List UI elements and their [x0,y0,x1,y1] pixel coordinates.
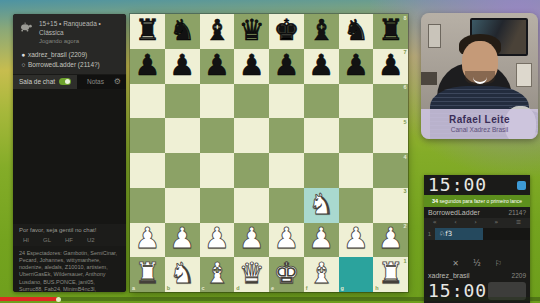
chess-board[interactable]: ♜♞♝♛♚♝♞♜8♟♟♟♟♟♟♟♟7654♞3♟♟♟♟♟♟♟♟2♜a♞b♝c♛d… [130,14,408,292]
white-king[interactable]: ♚ [273,259,299,288]
square-b1[interactable]: ♞b [165,257,200,292]
game-meta-line1: 15+15 • Ranqueada • Clássica [39,19,120,37]
square-a6[interactable] [130,84,165,119]
video-progress-fill [0,297,57,301]
preset-hf[interactable]: HF [65,237,73,243]
chat-messages-area[interactable] [13,89,126,224]
white-color-icon: ● [19,50,28,60]
black-knight[interactable]: ♞ [343,16,369,45]
chat-preset-buttons: HI GL HF U2 [13,235,126,246]
turtle-icon [19,20,33,34]
square-g8[interactable]: ♞ [339,14,374,49]
square-a2[interactable]: ♟ [130,223,165,258]
square-g1[interactable]: g [339,257,374,292]
square-h5[interactable]: 5 [373,118,408,153]
game-action-buttons: ✕ ½ ⚐ [424,257,530,270]
white-queen[interactable]: ♛ [239,259,265,288]
square-e2[interactable]: ♟ [269,223,304,258]
go-next-move-button[interactable]: › [474,219,477,226]
square-d1[interactable]: ♛d [234,257,269,292]
black-pawn[interactable]: ♟ [378,51,404,80]
go-prev-move-button[interactable]: ‹ [454,219,457,226]
black-pawn[interactable]: ♟ [273,51,299,80]
square-b7[interactable]: ♟ [165,49,200,84]
square-g5[interactable] [339,118,374,153]
black-player-row: BorrowedLadder 2114? [424,207,530,218]
square-a7[interactable]: ♟ [130,49,165,84]
black-queen[interactable]: ♛ [239,16,265,45]
webcam-overlay: Rafael Leite Canal Xadrez Brasil [421,13,538,139]
square-a1[interactable]: ♜a [130,257,165,292]
square-d8[interactable]: ♛ [234,14,269,49]
square-g7[interactable]: ♟ [339,49,374,84]
square-b3[interactable] [165,188,200,223]
square-d7[interactable]: ♟ [234,49,269,84]
white-player-name[interactable]: xadrez_brasil [428,272,470,279]
white-pawn[interactable]: ♟ [273,224,299,253]
square-b6[interactable] [165,84,200,119]
white-pawn[interactable]: ♟ [239,224,265,253]
coord-file-e: e [271,286,274,292]
white-rook[interactable]: ♜ [134,259,160,288]
square-e8[interactable]: ♚ [269,14,304,49]
square-e5[interactable] [269,118,304,153]
black-bishop[interactable]: ♝ [204,16,230,45]
game-meta-players: ●xadrez_brasil (2209) ○BorrowedLadder (2… [19,50,120,70]
square-c2[interactable]: ♟ [200,223,235,258]
square-h7[interactable]: ♟7 [373,49,408,84]
square-e6[interactable] [269,84,304,119]
square-f5[interactable] [304,118,339,153]
black-pawn[interactable]: ♟ [204,51,230,80]
white-knight[interactable]: ♞ [169,259,195,288]
preset-u2[interactable]: U2 [87,237,95,243]
coord-rank-8: 8 [403,16,406,22]
tab-notes[interactable]: Notas [77,78,114,85]
white-pawn[interactable]: ♟ [308,224,334,253]
tab-chat-room-label: Sala de chat [19,78,55,85]
coord-file-f: f [306,286,308,292]
white-pawn[interactable]: ♟ [169,224,195,253]
square-f2[interactable]: ♟ [304,223,339,258]
preset-gl[interactable]: GL [43,237,51,243]
coord-rank-1: 1 [403,259,406,265]
white-pawn[interactable]: ♟ [343,224,369,253]
square-h4[interactable]: 4 [373,153,408,188]
square-a3[interactable] [130,188,165,223]
square-b8[interactable]: ♞ [165,14,200,49]
white-pawn[interactable]: ♟ [378,224,404,253]
square-c4[interactable] [200,153,235,188]
white-knight[interactable]: ♞ [308,190,334,219]
coord-rank-3: 3 [403,189,406,195]
video-progress-track[interactable] [0,297,540,301]
top-clock-row: 15:00 [424,175,530,195]
lichess-left-sidebar: 15+15 • Ranqueada • Clássica Jogando ago… [13,14,126,292]
coord-file-d: d [236,286,239,292]
abort-game-icon[interactable]: ✕ [452,259,459,268]
square-f4[interactable] [304,153,339,188]
webcam-picture-frame [428,24,441,47]
square-c1[interactable]: ♝c [200,257,235,292]
square-h3[interactable]: 3 [373,188,408,223]
offer-draw-icon[interactable]: ½ [473,259,481,268]
square-c8[interactable]: ♝ [200,14,235,49]
coord-file-h: h [375,286,378,292]
square-e7[interactable]: ♟ [269,49,304,84]
square-h8[interactable]: ♜8 [373,14,408,49]
black-rook[interactable]: ♜ [378,16,404,45]
coord-rank-4: 4 [403,155,406,161]
square-g4[interactable] [339,153,374,188]
coord-file-a: a [132,286,135,292]
square-h2[interactable]: ♟2 [373,223,408,258]
move-list: 1 ♘f3 [424,228,530,240]
first-move-warning-banner: 34 segundos para fazer o primeiro lance [424,195,530,207]
coord-rank-7: 7 [403,50,406,56]
square-h6[interactable]: 6 [373,84,408,119]
square-c5[interactable] [200,118,235,153]
coord-file-g: g [341,286,344,292]
preset-hi[interactable]: HI [23,237,29,243]
white-bishop[interactable]: ♝ [308,259,334,288]
chat-settings-icon[interactable]: ⚙ [114,77,126,86]
white-bishop[interactable]: ♝ [204,259,230,288]
spectators-list: 24 Espectadores: Gambotin, SemiCinar, Pe… [13,246,126,292]
streamer-channel: Canal Xadrez Brasil [451,126,508,134]
square-h1[interactable]: ♜h1 [373,257,408,292]
black-pawn[interactable]: ♟ [343,51,369,80]
square-d2[interactable]: ♟ [234,223,269,258]
go-first-move-button[interactable]: « [433,219,437,226]
replay-controls: « ‹ › » ≡ [424,218,530,228]
lichess-game-panel: 15:00 34 segundos para fazer o primeiro … [424,175,530,303]
go-last-move-button[interactable]: » [494,219,498,226]
black-pawn[interactable]: ♟ [308,51,334,80]
tab-chat-room[interactable]: Sala de chat [13,75,77,89]
menu-icon[interactable]: ≡ [516,219,521,226]
square-c7[interactable]: ♟ [200,49,235,84]
meta-player-white[interactable]: ●xadrez_brasil (2209) [19,50,120,60]
black-pawn[interactable]: ♟ [134,51,160,80]
lower-third-banner: Rafael Leite Canal Xadrez Brasil [421,109,538,139]
video-progress-scrubber[interactable] [56,297,61,302]
square-c3[interactable] [200,188,235,223]
game-meta-box: 15+15 • Ranqueada • Clássica Jogando ago… [13,14,126,74]
webcam-shelf [421,72,437,85]
square-e4[interactable] [269,153,304,188]
square-b2[interactable]: ♟ [165,223,200,258]
black-rook[interactable]: ♜ [134,16,160,45]
white-rook[interactable]: ♜ [378,259,404,288]
clock-indicator-icon [517,181,526,190]
white-pawn[interactable]: ♟ [204,224,230,253]
chat-notice: Por favor, seja gentil no chat! [13,224,126,235]
black-knight[interactable]: ♞ [169,16,195,45]
move-number: 1 [424,228,435,240]
meta-player-black[interactable]: ○BorrowedLadder (2114?) [19,60,120,70]
chat-tabs: Sala de chat Notas ⚙ [13,75,126,89]
square-f1[interactable]: ♝f [304,257,339,292]
coord-file-c: c [202,286,205,292]
webcam-certificate-frame [516,63,532,86]
black-color-icon: ○ [19,60,28,70]
chat-toggle[interactable] [59,78,71,85]
square-d4[interactable] [234,153,269,188]
black-player-name[interactable]: BorrowedLadder [428,209,480,216]
white-pawn[interactable]: ♟ [134,224,160,253]
coord-file-b: b [167,286,170,292]
black-bishop[interactable]: ♝ [308,16,334,45]
black-pawn[interactable]: ♟ [239,51,265,80]
square-g6[interactable] [339,84,374,119]
square-e1[interactable]: ♚e [269,257,304,292]
coord-rank-2: 2 [403,224,406,230]
square-g3[interactable] [339,188,374,223]
square-d3[interactable] [234,188,269,223]
black-pawn[interactable]: ♟ [169,51,195,80]
square-c6[interactable] [200,84,235,119]
coord-rank-5: 5 [403,120,406,126]
black-king[interactable]: ♚ [273,16,299,45]
black-clock: 15:00 [428,176,487,194]
coord-rank-6: 6 [403,85,406,91]
white-player-rating: 2209 [512,272,526,279]
resign-flag-icon[interactable]: ⚐ [495,259,502,268]
square-f8[interactable]: ♝ [304,14,339,49]
black-player-rating: 2114? [508,209,526,216]
square-a5[interactable] [130,118,165,153]
square-e3[interactable] [269,188,304,223]
square-b5[interactable] [165,118,200,153]
square-a4[interactable] [130,153,165,188]
streamer-name: Rafael Leite [449,114,510,126]
square-d5[interactable] [234,118,269,153]
square-g2[interactable]: ♟ [339,223,374,258]
square-f3[interactable]: ♞ [304,188,339,223]
game-meta-line2: Jogando agora [39,37,120,45]
move-nf3[interactable]: ♘f3 [435,228,483,240]
square-f7[interactable]: ♟ [304,49,339,84]
square-b4[interactable] [165,153,200,188]
square-f6[interactable] [304,84,339,119]
square-d6[interactable] [234,84,269,119]
square-a8[interactable]: ♜ [130,14,165,49]
